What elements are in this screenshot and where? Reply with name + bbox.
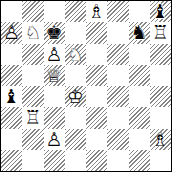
chess-board: ♝♗♝♟♙♞♘♚♞♜♖♟♙♞♘♛♕♝♚♔♜♖♟♙♝♗	[1, 1, 171, 171]
black-knight: ♞	[129, 22, 150, 43]
square-g4	[129, 86, 150, 107]
square-b7: ♞♘	[22, 22, 43, 43]
square-d1	[65, 150, 86, 171]
white-rook: ♖	[22, 107, 43, 128]
square-e7	[86, 22, 107, 43]
square-f7	[107, 22, 128, 43]
square-c7: ♚	[44, 22, 65, 43]
square-h1	[150, 150, 171, 171]
square-a7: ♟♙	[1, 22, 22, 43]
square-f8	[107, 1, 128, 22]
square-a6	[1, 44, 22, 65]
square-g3	[129, 107, 150, 128]
square-d2	[65, 129, 86, 150]
white-knight: ♘	[65, 44, 86, 65]
square-h4	[150, 86, 171, 107]
square-h5	[150, 65, 171, 86]
square-e1	[86, 150, 107, 171]
square-b3: ♜♖	[22, 107, 43, 128]
square-c8	[44, 1, 65, 22]
white-queen: ♕	[44, 65, 65, 86]
square-d7	[65, 22, 86, 43]
square-e2	[86, 129, 107, 150]
square-a4: ♝	[1, 86, 22, 107]
square-c5: ♛♕	[44, 65, 65, 86]
square-f3	[107, 107, 128, 128]
square-c4	[44, 86, 65, 107]
square-f4	[107, 86, 128, 107]
white-pawn: ♙	[1, 22, 22, 43]
square-h8: ♝	[150, 1, 171, 22]
square-g1	[129, 150, 150, 171]
white-bishop: ♗	[150, 129, 171, 150]
square-b6	[22, 44, 43, 65]
square-g7: ♞	[129, 22, 150, 43]
square-d8	[65, 1, 86, 22]
white-pawn: ♙	[44, 44, 65, 65]
square-a3	[1, 107, 22, 128]
square-f2	[107, 129, 128, 150]
white-king: ♔	[65, 86, 86, 107]
square-g8	[129, 1, 150, 22]
square-h7: ♜♖	[150, 22, 171, 43]
square-c2: ♟♙	[44, 129, 65, 150]
square-d6: ♞♘	[65, 44, 86, 65]
square-b1	[22, 150, 43, 171]
square-h3	[150, 107, 171, 128]
square-b5	[22, 65, 43, 86]
white-knight: ♘	[22, 22, 43, 43]
square-b2	[22, 129, 43, 150]
square-a2	[1, 129, 22, 150]
square-f1	[107, 150, 128, 171]
square-a1	[1, 150, 22, 171]
square-a5	[1, 65, 22, 86]
black-king: ♚	[44, 22, 65, 43]
square-e6	[86, 44, 107, 65]
square-g6	[129, 44, 150, 65]
square-h6	[150, 44, 171, 65]
white-pawn: ♙	[44, 129, 65, 150]
square-f5	[107, 65, 128, 86]
square-f6	[107, 44, 128, 65]
square-c6: ♟♙	[44, 44, 65, 65]
square-g5	[129, 65, 150, 86]
square-e4	[86, 86, 107, 107]
square-b4	[22, 86, 43, 107]
square-e8: ♝♗	[86, 1, 107, 22]
chess-board-frame: ♝♗♝♟♙♞♘♚♞♜♖♟♙♞♘♛♕♝♚♔♜♖♟♙♝♗	[0, 0, 172, 172]
black-bishop: ♝	[1, 86, 22, 107]
square-a8	[1, 1, 22, 22]
square-d3	[65, 107, 86, 128]
square-d5	[65, 65, 86, 86]
square-d4: ♚♔	[65, 86, 86, 107]
square-e3	[86, 107, 107, 128]
black-bishop: ♝	[150, 1, 171, 22]
white-rook: ♖	[150, 22, 171, 43]
square-g2	[129, 129, 150, 150]
square-b8	[22, 1, 43, 22]
square-e5	[86, 65, 107, 86]
square-c3	[44, 107, 65, 128]
square-h2: ♝♗	[150, 129, 171, 150]
square-c1	[44, 150, 65, 171]
white-bishop: ♗	[86, 1, 107, 22]
